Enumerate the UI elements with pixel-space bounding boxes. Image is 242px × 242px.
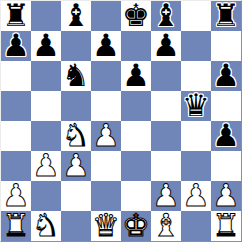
square-h3[interactable] [211, 151, 241, 181]
square-e4[interactable] [121, 121, 151, 151]
piece-white-queen[interactable]: ♛ [92, 211, 120, 241]
piece-black-king[interactable]: ♚ [122, 1, 150, 31]
square-e3[interactable] [121, 151, 151, 181]
piece-white-pawn[interactable]: ♟ [62, 151, 90, 181]
square-a5[interactable] [1, 91, 31, 121]
square-b8[interactable] [31, 1, 61, 31]
square-c7[interactable] [61, 31, 91, 61]
square-h6[interactable]: ♟ [211, 61, 241, 91]
square-d2[interactable] [91, 181, 121, 211]
square-b5[interactable] [31, 91, 61, 121]
square-a7[interactable]: ♟ [1, 31, 31, 61]
square-g6[interactable] [181, 61, 211, 91]
square-f6[interactable] [151, 61, 181, 91]
piece-white-pawn[interactable]: ♟ [32, 151, 60, 181]
square-d8[interactable] [91, 1, 121, 31]
square-g2[interactable]: ♟ [181, 181, 211, 211]
piece-white-knight[interactable]: ♞ [32, 211, 60, 241]
chess-board[interactable]: ♜♝♚♝♜♟♟♟♟♞♟♟♛♞♟♟♟♟♟♟♟♟♜♞♛♚♝♜ [0, 0, 242, 242]
square-h2[interactable]: ♟ [211, 181, 241, 211]
square-d4[interactable]: ♟ [91, 121, 121, 151]
square-f7[interactable]: ♟ [151, 31, 181, 61]
piece-white-bishop[interactable]: ♝ [152, 211, 180, 241]
square-a2[interactable]: ♟ [1, 181, 31, 211]
piece-black-knight[interactable]: ♞ [62, 61, 90, 91]
piece-black-pawn[interactable]: ♟ [92, 31, 120, 61]
piece-white-pawn[interactable]: ♟ [182, 181, 210, 211]
square-d6[interactable] [91, 61, 121, 91]
square-f5[interactable] [151, 91, 181, 121]
square-c4[interactable]: ♞ [61, 121, 91, 151]
square-e6[interactable]: ♟ [121, 61, 151, 91]
square-h4[interactable]: ♟ [211, 121, 241, 151]
square-f8[interactable]: ♝ [151, 1, 181, 31]
square-h1[interactable]: ♜ [211, 211, 241, 241]
square-g4[interactable] [181, 121, 211, 151]
piece-black-queen[interactable]: ♛ [182, 91, 210, 121]
square-c8[interactable]: ♝ [61, 1, 91, 31]
piece-black-pawn[interactable]: ♟ [152, 31, 180, 61]
piece-white-pawn[interactable]: ♟ [2, 181, 30, 211]
square-g7[interactable] [181, 31, 211, 61]
square-h5[interactable] [211, 91, 241, 121]
square-c5[interactable] [61, 91, 91, 121]
piece-black-pawn[interactable]: ♟ [212, 121, 240, 151]
piece-white-knight[interactable]: ♞ [62, 121, 90, 151]
piece-white-pawn[interactable]: ♟ [92, 121, 120, 151]
piece-black-rook[interactable]: ♜ [212, 1, 240, 31]
square-g8[interactable] [181, 1, 211, 31]
square-e1[interactable]: ♚ [121, 211, 151, 241]
square-a3[interactable] [1, 151, 31, 181]
piece-white-pawn[interactable]: ♟ [212, 181, 240, 211]
piece-black-pawn[interactable]: ♟ [212, 61, 240, 91]
piece-black-pawn[interactable]: ♟ [32, 31, 60, 61]
square-f1[interactable]: ♝ [151, 211, 181, 241]
square-f3[interactable] [151, 151, 181, 181]
square-d5[interactable] [91, 91, 121, 121]
square-g5[interactable]: ♛ [181, 91, 211, 121]
square-e5[interactable] [121, 91, 151, 121]
piece-black-rook[interactable]: ♜ [2, 1, 30, 31]
square-b6[interactable] [31, 61, 61, 91]
piece-white-king[interactable]: ♚ [122, 211, 150, 241]
square-b2[interactable] [31, 181, 61, 211]
square-e2[interactable] [121, 181, 151, 211]
square-b4[interactable] [31, 121, 61, 151]
square-f4[interactable] [151, 121, 181, 151]
square-a6[interactable] [1, 61, 31, 91]
square-d3[interactable] [91, 151, 121, 181]
square-b7[interactable]: ♟ [31, 31, 61, 61]
square-d1[interactable]: ♛ [91, 211, 121, 241]
square-e7[interactable] [121, 31, 151, 61]
square-a1[interactable]: ♜ [1, 211, 31, 241]
square-b3[interactable]: ♟ [31, 151, 61, 181]
piece-black-pawn[interactable]: ♟ [122, 61, 150, 91]
piece-black-bishop[interactable]: ♝ [152, 1, 180, 31]
square-e8[interactable]: ♚ [121, 1, 151, 31]
square-a4[interactable] [1, 121, 31, 151]
square-c1[interactable] [61, 211, 91, 241]
square-h8[interactable]: ♜ [211, 1, 241, 31]
square-d7[interactable]: ♟ [91, 31, 121, 61]
piece-black-bishop[interactable]: ♝ [62, 1, 90, 31]
square-h7[interactable] [211, 31, 241, 61]
square-a8[interactable]: ♜ [1, 1, 31, 31]
square-f2[interactable]: ♟ [151, 181, 181, 211]
piece-white-rook[interactable]: ♜ [212, 211, 240, 241]
square-g3[interactable] [181, 151, 211, 181]
square-c6[interactable]: ♞ [61, 61, 91, 91]
square-c3[interactable]: ♟ [61, 151, 91, 181]
square-c2[interactable] [61, 181, 91, 211]
piece-white-rook[interactable]: ♜ [2, 211, 30, 241]
square-b1[interactable]: ♞ [31, 211, 61, 241]
square-g1[interactable] [181, 211, 211, 241]
piece-black-pawn[interactable]: ♟ [2, 31, 30, 61]
piece-white-pawn[interactable]: ♟ [152, 181, 180, 211]
